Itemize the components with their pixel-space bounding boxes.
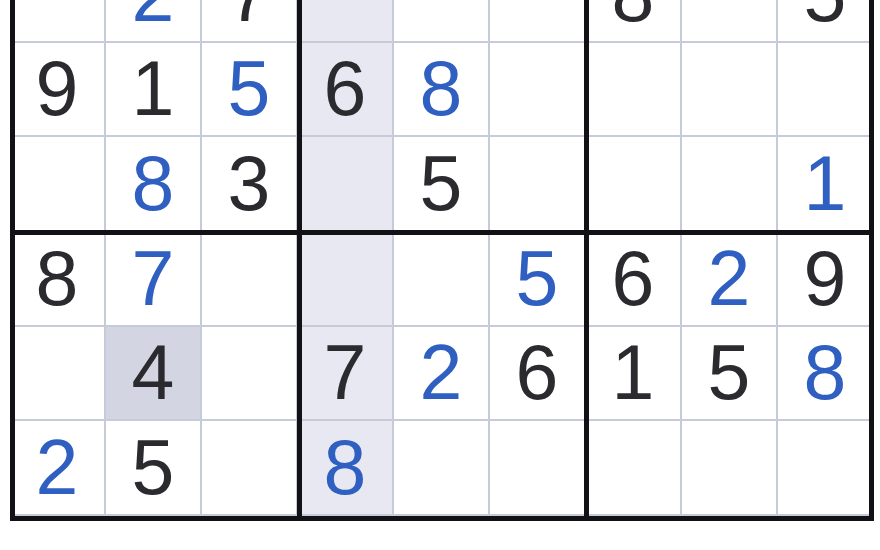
cell-r9c6[interactable]	[490, 421, 586, 516]
cell-r4c7[interactable]: 8	[586, 0, 682, 43]
given-digit: 5	[132, 429, 175, 506]
cell-r9c7[interactable]	[586, 421, 682, 516]
given-digit: 9	[36, 50, 79, 127]
player-digit: 8	[132, 145, 175, 222]
cell-r9c2[interactable]: 5	[106, 421, 202, 516]
cell-r5c5[interactable]: 8	[394, 43, 490, 138]
cell-r5c3[interactable]: 5	[202, 43, 298, 138]
cell-r6c5[interactable]: 5	[394, 137, 490, 232]
cell-r6c8[interactable]	[682, 137, 778, 232]
cell-r9c3[interactable]	[202, 421, 298, 516]
cell-r4c8[interactable]	[682, 0, 778, 43]
cell-r9c8[interactable]	[682, 421, 778, 516]
given-digit: 5	[420, 145, 463, 222]
cell-r7c1[interactable]: 8	[10, 232, 106, 327]
given-digit: 4	[132, 334, 175, 411]
cell-r7c4[interactable]	[298, 232, 394, 327]
box-border-vertical-left	[10, 0, 15, 521]
given-digit: 7	[228, 0, 271, 33]
cell-r4c9[interactable]: 5	[778, 0, 874, 43]
cell-r8c1[interactable]	[10, 327, 106, 422]
given-digit: 6	[324, 50, 367, 127]
given-digit: 9	[804, 240, 847, 317]
cell-r7c6[interactable]: 5	[490, 232, 586, 327]
player-digit: 8	[324, 429, 367, 506]
cell-r6c3[interactable]: 3	[202, 137, 298, 232]
cell-r4c1[interactable]	[10, 0, 106, 43]
player-digit: 2	[708, 240, 751, 317]
given-digit: 8	[36, 240, 79, 317]
cell-r7c9[interactable]: 9	[778, 232, 874, 327]
cell-r4c4[interactable]	[298, 0, 394, 43]
given-digit: 3	[228, 145, 271, 222]
cell-r8c4[interactable]: 7	[298, 327, 394, 422]
cell-r6c6[interactable]	[490, 137, 586, 232]
cell-r8c2[interactable]: 4	[106, 327, 202, 422]
cell-r5c9[interactable]	[778, 43, 874, 138]
cell-r5c6[interactable]	[490, 43, 586, 138]
cell-r6c7[interactable]	[586, 137, 682, 232]
given-digit: 6	[612, 240, 655, 317]
cell-r5c7[interactable]	[586, 43, 682, 138]
cell-r5c1[interactable]: 9	[10, 43, 106, 138]
cell-r8c8[interactable]: 5	[682, 327, 778, 422]
cell-r8c5[interactable]: 2	[394, 327, 490, 422]
cell-r5c8[interactable]	[682, 43, 778, 138]
cell-r7c3[interactable]	[202, 232, 298, 327]
player-digit: 2	[36, 429, 79, 506]
cell-r5c2[interactable]: 1	[106, 43, 202, 138]
given-digit: 8	[612, 0, 655, 33]
given-digit: 1	[132, 50, 175, 127]
box-border-vertical-right	[869, 0, 874, 521]
box-border-vertical-mid1	[297, 0, 302, 521]
cell-r6c2[interactable]: 8	[106, 137, 202, 232]
player-digit: 1	[804, 145, 847, 222]
cell-r5c4[interactable]: 6	[298, 43, 394, 138]
player-digit: 7	[132, 240, 175, 317]
player-digit: 5	[228, 50, 271, 127]
given-digit: 5	[804, 0, 847, 33]
cell-r7c5[interactable]	[394, 232, 490, 327]
cell-r9c9[interactable]	[778, 421, 874, 516]
cell-r8c9[interactable]: 8	[778, 327, 874, 422]
cell-r9c5[interactable]	[394, 421, 490, 516]
cell-r9c1[interactable]: 2	[10, 421, 106, 516]
cell-r7c7[interactable]: 6	[586, 232, 682, 327]
cell-r6c9[interactable]: 1	[778, 137, 874, 232]
cell-r4c5[interactable]	[394, 0, 490, 43]
box-border-vertical-mid2	[584, 0, 589, 521]
sudoku-app-viewport: 27859156883518756294726158258	[0, 0, 880, 550]
cell-r7c2[interactable]: 7	[106, 232, 202, 327]
cell-r8c3[interactable]	[202, 327, 298, 422]
cell-r8c6[interactable]: 6	[490, 327, 586, 422]
player-digit: 2	[420, 334, 463, 411]
cell-r6c4[interactable]	[298, 137, 394, 232]
cell-r4c2[interactable]: 2	[106, 0, 202, 43]
cell-r9c4[interactable]: 8	[298, 421, 394, 516]
sudoku-board: 27859156883518756294726158258	[10, 0, 874, 516]
player-digit: 8	[804, 334, 847, 411]
cell-r8c7[interactable]: 1	[586, 327, 682, 422]
player-digit: 2	[132, 0, 175, 33]
cell-r7c8[interactable]: 2	[682, 232, 778, 327]
player-digit: 8	[420, 50, 463, 127]
given-digit: 6	[516, 334, 559, 411]
cell-r4c3[interactable]: 7	[202, 0, 298, 43]
box-border-horizontal-mid	[10, 230, 874, 235]
cell-r6c1[interactable]	[10, 137, 106, 232]
player-digit: 5	[516, 240, 559, 317]
cell-r4c6[interactable]	[490, 0, 586, 43]
given-digit: 1	[612, 334, 655, 411]
given-digit: 7	[324, 334, 367, 411]
box-border-horizontal-bottom	[10, 516, 874, 521]
given-digit: 5	[708, 334, 751, 411]
